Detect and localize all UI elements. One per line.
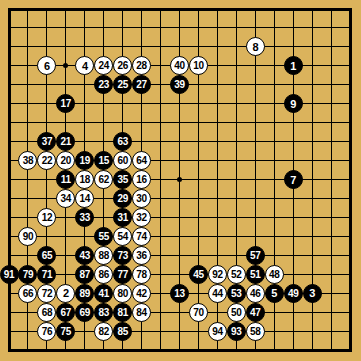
stone-white-58: 58	[246, 322, 265, 341]
stone-white-32: 32	[132, 208, 151, 227]
stone-white-50: 50	[227, 303, 246, 322]
stone-black-57: 57	[246, 246, 265, 265]
stone-white-88: 88	[94, 246, 113, 265]
stone-white-54: 54	[113, 227, 132, 246]
stone-white-76: 76	[37, 322, 56, 341]
stone-white-86: 86	[94, 265, 113, 284]
stone-black-87: 87	[75, 265, 94, 284]
stone-white-44: 44	[208, 284, 227, 303]
stone-white-52: 52	[227, 265, 246, 284]
grid-line-horizontal-14	[9, 255, 350, 256]
stone-white-48: 48	[265, 265, 284, 284]
stone-black-45: 45	[189, 265, 208, 284]
stone-black-51: 51	[246, 265, 265, 284]
stone-white-80: 80	[113, 284, 132, 303]
stone-white-82: 82	[94, 322, 113, 341]
stone-white-70: 70	[189, 303, 208, 322]
stone-black-43: 43	[75, 246, 94, 265]
stone-white-72: 72	[37, 284, 56, 303]
stone-black-89: 89	[75, 284, 94, 303]
grid-line-horizontal-15	[9, 274, 350, 275]
stone-black-93: 93	[227, 322, 246, 341]
stone-white-46: 46	[246, 284, 265, 303]
stone-black-47: 47	[246, 303, 265, 322]
stone-white-2: 2	[56, 284, 75, 303]
stone-black-41: 41	[94, 284, 113, 303]
stone-white-66: 66	[18, 284, 37, 303]
stone-black-9: 9	[284, 94, 303, 113]
stone-black-7: 7	[284, 170, 303, 189]
stone-black-73: 73	[113, 246, 132, 265]
grid-line-horizontal-12	[9, 217, 350, 218]
stone-black-53: 53	[227, 284, 246, 303]
stone-black-13: 13	[170, 284, 189, 303]
stone-white-30: 30	[132, 189, 151, 208]
stone-black-77: 77	[113, 265, 132, 284]
stone-black-83: 83	[94, 303, 113, 322]
stone-black-79: 79	[18, 265, 37, 284]
stone-black-49: 49	[284, 284, 303, 303]
stone-black-29: 29	[113, 189, 132, 208]
stone-white-94: 94	[208, 322, 227, 341]
stone-white-78: 78	[132, 265, 151, 284]
star-point-10-10	[177, 177, 182, 182]
stone-black-3: 3	[303, 284, 322, 303]
grid-line-horizontal-13	[9, 236, 350, 237]
stone-black-5: 5	[265, 284, 284, 303]
stone-black-31: 31	[113, 208, 132, 227]
stone-black-67: 67	[56, 303, 75, 322]
go-kifu-diagram: 1234567891011121314151617181920212223242…	[0, 0, 361, 361]
stone-white-92: 92	[208, 265, 227, 284]
stone-black-85: 85	[113, 322, 132, 341]
stone-black-55: 55	[94, 227, 113, 246]
stone-white-16: 16	[132, 170, 151, 189]
stone-black-69: 69	[75, 303, 94, 322]
stone-black-81: 81	[113, 303, 132, 322]
go-board: 1234567891011121314151617181920212223242…	[0, 0, 361, 361]
stone-white-36: 36	[132, 246, 151, 265]
stone-white-42: 42	[132, 284, 151, 303]
stone-white-74: 74	[132, 227, 151, 246]
stone-black-71: 71	[37, 265, 56, 284]
stone-black-75: 75	[56, 322, 75, 341]
stone-white-84: 84	[132, 303, 151, 322]
grid-line-vertical-18	[331, 9, 332, 350]
stone-black-1: 1	[284, 56, 303, 75]
stone-white-68: 68	[37, 303, 56, 322]
stone-black-91: 91	[0, 265, 19, 284]
